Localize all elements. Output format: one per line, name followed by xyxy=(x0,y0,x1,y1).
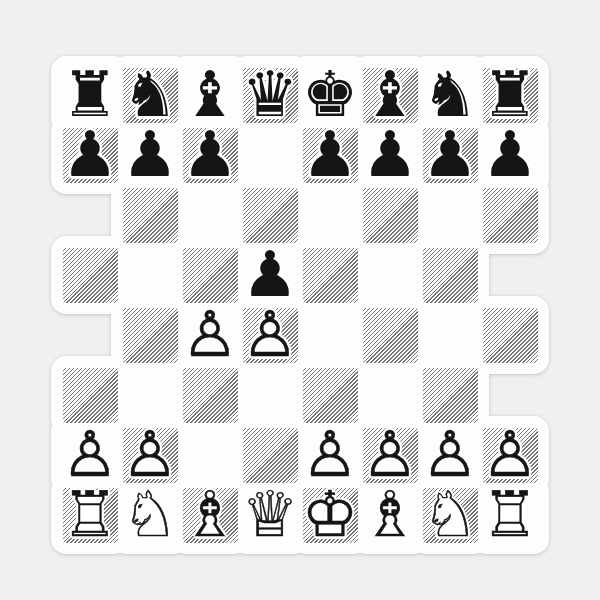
square-c5 xyxy=(180,245,240,305)
square-a5 xyxy=(60,245,120,305)
square-a6 xyxy=(60,185,120,245)
square-g3 xyxy=(420,365,480,425)
white-bishop-icon: ♝♗ xyxy=(360,485,420,545)
square-f4 xyxy=(360,305,420,365)
square-d2 xyxy=(240,425,300,485)
white-pawn-icon: ♟♙ xyxy=(300,425,360,485)
square-h4 xyxy=(480,305,540,365)
black-king-icon: ♚♚ xyxy=(300,65,360,125)
black-pawn-icon: ♟♟ xyxy=(60,125,120,185)
white-queen-icon: ♛♕ xyxy=(240,485,300,545)
white-knight-icon: ♞♘ xyxy=(120,485,180,545)
black-queen-icon: ♛♛ xyxy=(240,65,300,125)
black-bishop-icon: ♝♝ xyxy=(360,65,420,125)
square-h5 xyxy=(480,245,540,305)
white-pawn-icon: ♟♙ xyxy=(360,425,420,485)
square-g4 xyxy=(420,305,480,365)
black-pawn-icon: ♟♟ xyxy=(240,245,300,305)
square-d3 xyxy=(240,365,300,425)
black-pawn-icon: ♟♟ xyxy=(180,125,240,185)
square-f3 xyxy=(360,365,420,425)
white-pawn-icon: ♟♙ xyxy=(120,425,180,485)
black-rook-icon: ♜♜ xyxy=(480,65,540,125)
square-h3 xyxy=(480,365,540,425)
chess-board: ♜♜♞♞♝♝♛♛♚♚♝♝♞♞♜♜♟♟♟♟♟♟♟♟♟♟♟♟♟♟♟♟♟♙♟♙♟♙♟♙… xyxy=(0,0,600,600)
square-g5 xyxy=(420,245,480,305)
square-e3 xyxy=(300,365,360,425)
black-rook-icon: ♜♜ xyxy=(60,65,120,125)
white-pawn-icon: ♟♙ xyxy=(420,425,480,485)
white-knight-icon: ♞♘ xyxy=(420,485,480,545)
square-c2 xyxy=(180,425,240,485)
square-c6 xyxy=(180,185,240,245)
black-pawn-icon: ♟♟ xyxy=(120,125,180,185)
square-b5 xyxy=(120,245,180,305)
square-b4 xyxy=(120,305,180,365)
square-e5 xyxy=(300,245,360,305)
square-b6 xyxy=(120,185,180,245)
sticker-product-background: ♜♜♞♞♝♝♛♛♚♚♝♝♞♞♜♜♟♟♟♟♟♟♟♟♟♟♟♟♟♟♟♟♟♙♟♙♟♙♟♙… xyxy=(0,0,600,600)
white-king-icon: ♚♔ xyxy=(300,485,360,545)
square-f5 xyxy=(360,245,420,305)
black-bishop-icon: ♝♝ xyxy=(180,65,240,125)
black-pawn-icon: ♟♟ xyxy=(300,125,360,185)
black-pawn-icon: ♟♟ xyxy=(420,125,480,185)
square-d7 xyxy=(240,125,300,185)
square-e6 xyxy=(300,185,360,245)
square-a4 xyxy=(60,305,120,365)
black-pawn-icon: ♟♟ xyxy=(480,125,540,185)
black-knight-icon: ♞♞ xyxy=(420,65,480,125)
square-b3 xyxy=(120,365,180,425)
square-e4 xyxy=(300,305,360,365)
square-a3 xyxy=(60,365,120,425)
white-pawn-icon: ♟♙ xyxy=(480,425,540,485)
square-g6 xyxy=(420,185,480,245)
white-pawn-icon: ♟♙ xyxy=(180,305,240,365)
white-pawn-icon: ♟♙ xyxy=(240,305,300,365)
white-bishop-icon: ♝♗ xyxy=(180,485,240,545)
black-pawn-icon: ♟♟ xyxy=(360,125,420,185)
square-c3 xyxy=(180,365,240,425)
white-rook-icon: ♜♖ xyxy=(480,485,540,545)
square-f6 xyxy=(360,185,420,245)
square-d6 xyxy=(240,185,300,245)
black-knight-icon: ♞♞ xyxy=(120,65,180,125)
white-rook-icon: ♜♖ xyxy=(60,485,120,545)
white-pawn-icon: ♟♙ xyxy=(60,425,120,485)
square-h6 xyxy=(480,185,540,245)
